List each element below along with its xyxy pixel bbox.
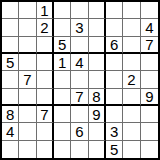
cell-r1c8[interactable]	[123, 2, 140, 19]
cell-r7c6[interactable]: 9	[89, 106, 106, 123]
cell-r1c5[interactable]	[71, 2, 88, 19]
cell-r5c2[interactable]: 7	[19, 71, 36, 88]
cell-r7c7[interactable]	[106, 106, 123, 123]
cell-r2c4[interactable]	[54, 19, 71, 36]
cell-r9c5[interactable]	[71, 141, 88, 158]
cell-r9c4[interactable]	[54, 141, 71, 158]
cell-r3c5[interactable]	[71, 37, 88, 54]
cell-r6c8[interactable]	[123, 89, 140, 106]
cell-r3c8[interactable]	[123, 37, 140, 54]
cell-r4c6[interactable]	[89, 54, 106, 71]
cell-r4c2[interactable]	[19, 54, 36, 71]
cell-r2c7[interactable]	[106, 19, 123, 36]
cell-r9c7[interactable]: 5	[106, 141, 123, 158]
cell-r9c6[interactable]	[89, 141, 106, 158]
cell-r4c8[interactable]	[123, 54, 140, 71]
cell-r9c1[interactable]	[2, 141, 19, 158]
cell-r3c3[interactable]	[37, 37, 54, 54]
cell-r1c1[interactable]	[2, 2, 19, 19]
cell-r8c6[interactable]	[89, 123, 106, 140]
cell-r3c6[interactable]	[89, 37, 106, 54]
cell-r1c4[interactable]	[54, 2, 71, 19]
cell-r4c7[interactable]	[106, 54, 123, 71]
cell-r6c3[interactable]	[37, 89, 54, 106]
cell-r9c8[interactable]	[123, 141, 140, 158]
cell-r6c4[interactable]	[54, 89, 71, 106]
cell-r8c5[interactable]: 6	[71, 123, 88, 140]
cell-r2c1[interactable]	[2, 19, 19, 36]
cell-r4c5[interactable]: 4	[71, 54, 88, 71]
cell-r5c3[interactable]	[37, 71, 54, 88]
cell-r9c3[interactable]	[37, 141, 54, 158]
cell-r5c4[interactable]	[54, 71, 71, 88]
cell-r7c2[interactable]	[19, 106, 36, 123]
cell-r4c9[interactable]	[141, 54, 158, 71]
cell-r5c1[interactable]	[2, 71, 19, 88]
cell-r7c5[interactable]	[71, 106, 88, 123]
sudoku-board: 1234567514727898794635	[0, 0, 160, 160]
cell-r6c7[interactable]	[106, 89, 123, 106]
cell-r9c2[interactable]	[19, 141, 36, 158]
cell-r6c6[interactable]: 8	[89, 89, 106, 106]
cell-r7c9[interactable]	[141, 106, 158, 123]
cell-r2c9[interactable]: 4	[141, 19, 158, 36]
cell-r8c7[interactable]: 3	[106, 123, 123, 140]
cell-r8c4[interactable]	[54, 123, 71, 140]
cell-r3c4[interactable]: 5	[54, 37, 71, 54]
cell-r7c1[interactable]: 8	[2, 106, 19, 123]
cell-r7c8[interactable]	[123, 106, 140, 123]
cell-r7c4[interactable]	[54, 106, 71, 123]
cell-r2c8[interactable]	[123, 19, 140, 36]
cell-r5c7[interactable]	[106, 71, 123, 88]
cell-r5c9[interactable]	[141, 71, 158, 88]
cell-r1c9[interactable]	[141, 2, 158, 19]
cell-r2c6[interactable]	[89, 19, 106, 36]
cell-r1c3[interactable]: 1	[37, 2, 54, 19]
cell-r4c1[interactable]: 5	[2, 54, 19, 71]
cell-r8c1[interactable]: 4	[2, 123, 19, 140]
cell-r2c5[interactable]: 3	[71, 19, 88, 36]
cell-r6c9[interactable]: 9	[141, 89, 158, 106]
cell-r6c5[interactable]: 7	[71, 89, 88, 106]
cell-r5c8[interactable]: 2	[123, 71, 140, 88]
cell-r6c1[interactable]	[2, 89, 19, 106]
cell-r3c2[interactable]	[19, 37, 36, 54]
cell-r1c7[interactable]	[106, 2, 123, 19]
cell-r4c4[interactable]: 1	[54, 54, 71, 71]
cell-r1c6[interactable]	[89, 2, 106, 19]
cell-r1c2[interactable]	[19, 2, 36, 19]
cell-r5c5[interactable]	[71, 71, 88, 88]
cell-r7c3[interactable]: 7	[37, 106, 54, 123]
cell-r3c1[interactable]	[2, 37, 19, 54]
cell-r6c2[interactable]	[19, 89, 36, 106]
cell-r3c7[interactable]: 6	[106, 37, 123, 54]
cell-r2c2[interactable]	[19, 19, 36, 36]
cell-r3c9[interactable]: 7	[141, 37, 158, 54]
cell-r8c2[interactable]	[19, 123, 36, 140]
cell-r2c3[interactable]: 2	[37, 19, 54, 36]
cell-r8c8[interactable]	[123, 123, 140, 140]
cell-r8c3[interactable]	[37, 123, 54, 140]
cell-r9c9[interactable]	[141, 141, 158, 158]
cell-r4c3[interactable]	[37, 54, 54, 71]
cell-r5c6[interactable]	[89, 71, 106, 88]
cell-r8c9[interactable]	[141, 123, 158, 140]
